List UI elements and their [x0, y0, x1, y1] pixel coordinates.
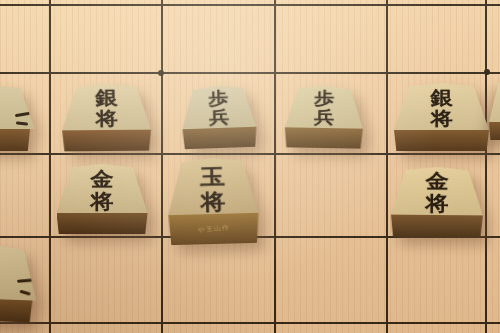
- piece-kanji: 将: [95, 110, 117, 129]
- piece-base: [57, 213, 148, 234]
- maker-signature: や玉山作: [197, 223, 230, 234]
- piece-silver-general-left[interactable]: 銀 将: [61, 84, 151, 152]
- piece-base: [284, 127, 362, 148]
- illegible-kanji-strokes: [15, 112, 30, 118]
- piece-kanji: 銀: [95, 88, 117, 107]
- piece-base: [62, 130, 151, 152]
- illegible-kanji-strokes: [17, 279, 33, 283]
- piece-partial-right-edge[interactable]: [489, 80, 500, 140]
- piece-kanji: 将: [431, 110, 453, 128]
- piece-base: や玉山作: [168, 213, 259, 245]
- piece-partial-bottom-left[interactable]: [0, 244, 34, 323]
- hoshi-star-point: [158, 70, 164, 76]
- piece-kanji: 兵: [208, 110, 229, 127]
- piece-kanji: 将: [91, 192, 114, 211]
- piece-face: [0, 244, 38, 301]
- piece-kanji: 玉: [199, 167, 225, 188]
- piece-base: [390, 215, 482, 238]
- piece-partial-left-edge[interactable]: [0, 85, 30, 151]
- piece-face: 玉 将: [166, 157, 257, 215]
- piece-kanji: 将: [425, 194, 448, 213]
- piece-king-general[interactable]: 玉 将 や玉山作: [166, 157, 258, 245]
- piece-face: 金 将: [57, 164, 148, 213]
- piece-base: [0, 129, 30, 151]
- illegible-kanji-strokes: [19, 290, 30, 296]
- piece-base: [489, 122, 500, 140]
- piece-kanji: 歩: [208, 90, 229, 107]
- piece-face: [0, 85, 35, 129]
- piece-base: [0, 298, 32, 323]
- piece-silver-general-right[interactable]: 銀 将: [394, 83, 489, 151]
- piece-face: 歩 兵: [180, 85, 255, 130]
- piece-pawn-right[interactable]: 歩 兵: [284, 85, 363, 148]
- piece-gold-general-left[interactable]: 金 将: [57, 164, 148, 234]
- piece-kanji: 金: [425, 172, 448, 191]
- piece-face: 金 将: [390, 167, 482, 216]
- piece-pawn-left[interactable]: 歩 兵: [180, 85, 256, 150]
- piece-face: 銀 将: [394, 83, 489, 130]
- piece-kanji: 兵: [314, 110, 334, 127]
- piece-face: 歩 兵: [285, 85, 364, 128]
- piece-kanji: 将: [200, 191, 226, 212]
- piece-base: [182, 127, 257, 150]
- piece-base: [394, 130, 489, 151]
- piece-face: 銀 将: [61, 84, 150, 131]
- illegible-kanji-strokes: [16, 121, 28, 125]
- piece-kanji: 歩: [314, 90, 334, 107]
- piece-face: [489, 80, 500, 122]
- hoshi-star-point: [484, 69, 490, 75]
- shogi-board[interactable]: 銀 将 歩 兵 歩 兵 銀 将: [0, 0, 500, 333]
- piece-gold-general-right[interactable]: 金 将: [390, 167, 483, 238]
- shogi-board-photo: 銀 将 歩 兵 歩 兵 銀 将: [0, 0, 500, 333]
- piece-kanji: 銀: [431, 89, 453, 107]
- piece-kanji: 金: [91, 170, 114, 189]
